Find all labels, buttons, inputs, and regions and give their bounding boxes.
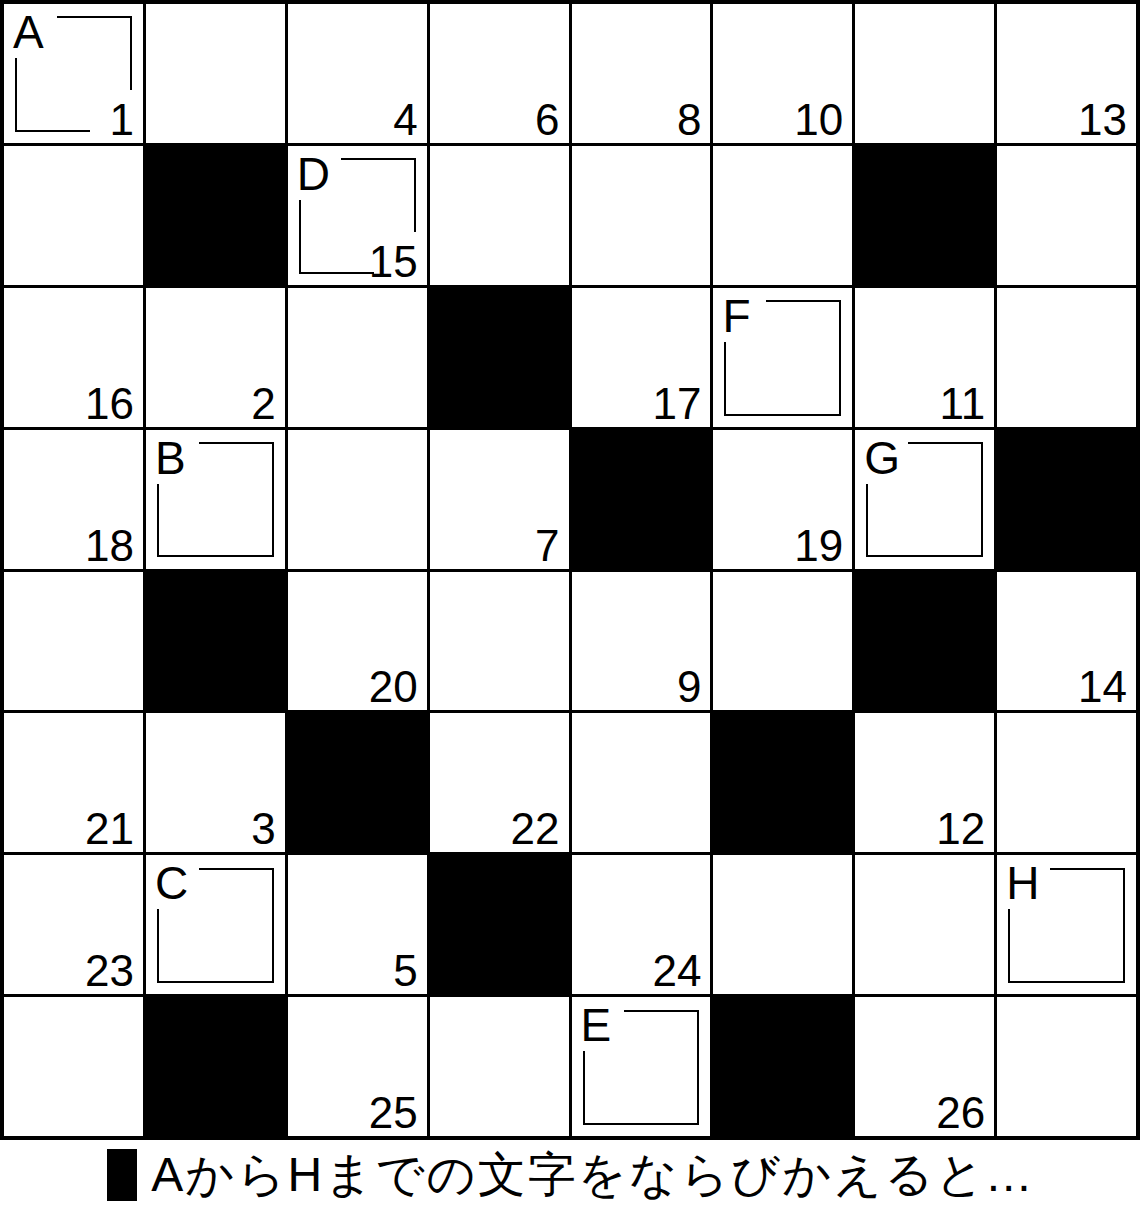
marker-box-line [341, 158, 416, 160]
cell-r8c1[interactable] [4, 997, 143, 1136]
clue-number-18: 18 [85, 524, 134, 568]
clue-number-11: 11 [939, 382, 985, 426]
marker-letter-D: D [297, 151, 330, 197]
clue-number-23: 23 [85, 949, 134, 993]
marker-box-line [57, 16, 132, 18]
marker-box-line [199, 868, 274, 870]
marker-box-line [1050, 868, 1125, 870]
cell-r1c2[interactable] [146, 4, 285, 143]
cell-r7c3[interactable]: 5 [288, 855, 427, 994]
cell-r4c4[interactable]: 7 [430, 430, 569, 569]
clue-number-10: 10 [794, 98, 843, 142]
black-cell-r7c4 [430, 855, 569, 994]
cell-r2c6[interactable] [713, 146, 852, 285]
cell-r8c4[interactable] [430, 997, 569, 1136]
marker-box-line [15, 58, 17, 132]
cell-r3c6[interactable]: F [713, 288, 852, 427]
clue-number-3: 3 [251, 807, 275, 851]
marker-box-line [766, 300, 841, 302]
cell-r2c1[interactable] [4, 146, 143, 285]
caption: AからHまでの文字をならびかえると... [0, 1140, 1140, 1210]
clue-number-25: 25 [369, 1091, 418, 1135]
cell-r6c7[interactable]: 12 [855, 713, 994, 852]
cell-r4c7[interactable]: G [855, 430, 994, 569]
cell-r2c5[interactable] [572, 146, 711, 285]
clue-number-22: 22 [511, 807, 560, 851]
black-cell-r3c4 [430, 288, 569, 427]
cell-r1c4[interactable]: 6 [430, 4, 569, 143]
marker-letter-A: A [13, 9, 44, 55]
cell-r8c5[interactable]: E [572, 997, 711, 1136]
black-cell-r5c7 [855, 572, 994, 711]
cell-r7c8[interactable]: H [997, 855, 1136, 994]
black-cell-r6c6 [713, 713, 852, 852]
marker-box-line [1008, 981, 1125, 983]
caption-text: AからHまでの文字をならびかえると... [151, 1143, 1032, 1207]
cell-r2c8[interactable] [997, 146, 1136, 285]
marker-box-line [583, 1051, 585, 1125]
marker-box-line [583, 1123, 700, 1125]
cell-r7c2[interactable]: C [146, 855, 285, 994]
cell-r3c3[interactable] [288, 288, 427, 427]
cell-r3c1[interactable]: 16 [4, 288, 143, 427]
marker-letter-B: B [155, 435, 186, 481]
marker-box-line [908, 442, 983, 444]
black-cell-r8c6 [713, 997, 852, 1136]
marker-box-line [697, 1010, 699, 1125]
marker-box-line [981, 442, 983, 557]
marker-letter-C: C [155, 860, 188, 906]
clue-number-20: 20 [369, 665, 418, 709]
clue-number-24: 24 [652, 949, 701, 993]
cell-r8c8[interactable] [997, 997, 1136, 1136]
cell-r5c3[interactable]: 20 [288, 572, 427, 711]
cell-r5c1[interactable] [4, 572, 143, 711]
marker-box-line [624, 1010, 699, 1012]
clue-number-6: 6 [535, 98, 559, 142]
cell-r7c6[interactable] [713, 855, 852, 994]
black-cell-r2c7 [855, 146, 994, 285]
cell-r6c1[interactable]: 21 [4, 713, 143, 852]
clue-number-21: 21 [85, 807, 134, 851]
clue-number-26: 26 [936, 1091, 985, 1135]
cell-r7c7[interactable] [855, 855, 994, 994]
cell-r6c5[interactable] [572, 713, 711, 852]
marker-box-line [839, 300, 841, 415]
cell-r8c3[interactable]: 25 [288, 997, 427, 1136]
crossword-grid: A14681013D1516217F1118B719G2091421322122… [0, 0, 1140, 1140]
cell-r3c8[interactable] [997, 288, 1136, 427]
marker-letter-H: H [1006, 860, 1039, 906]
marker-letter-F: F [722, 293, 750, 339]
cell-r3c2[interactable]: 2 [146, 288, 285, 427]
clue-number-5: 5 [393, 949, 417, 993]
cell-r3c7[interactable]: 11 [855, 288, 994, 427]
marker-box-line [866, 484, 868, 558]
cell-r7c1[interactable]: 23 [4, 855, 143, 994]
clue-number-2: 2 [251, 382, 275, 426]
cell-r2c4[interactable] [430, 146, 569, 285]
marker-box-line [157, 484, 159, 558]
marker-box-line [299, 272, 374, 274]
cell-r7c5[interactable]: 24 [572, 855, 711, 994]
cell-r4c2[interactable]: B [146, 430, 285, 569]
black-cell-r8c2 [146, 997, 285, 1136]
black-cell-r4c8 [997, 430, 1136, 569]
black-cell-r4c5 [572, 430, 711, 569]
cell-r6c4[interactable]: 22 [430, 713, 569, 852]
clue-number-14: 14 [1078, 665, 1127, 709]
cell-r6c8[interactable] [997, 713, 1136, 852]
marker-box-line [15, 130, 90, 132]
cell-r4c3[interactable] [288, 430, 427, 569]
clue-number-9: 9 [677, 665, 701, 709]
cell-r8c7[interactable]: 26 [855, 997, 994, 1136]
clue-number-7: 7 [535, 524, 559, 568]
black-cell-r5c2 [146, 572, 285, 711]
marker-box-line [157, 909, 159, 983]
marker-box-line [1008, 909, 1010, 983]
cell-r4c6[interactable]: 19 [713, 430, 852, 569]
marker-box-line [272, 442, 274, 557]
cell-r1c7[interactable] [855, 4, 994, 143]
cell-r5c6[interactable] [713, 572, 852, 711]
marker-letter-G: G [864, 435, 900, 481]
marker-box-line [157, 555, 274, 557]
cell-r1c6[interactable]: 10 [713, 4, 852, 143]
black-cell-r6c3 [288, 713, 427, 852]
marker-box-line [199, 442, 274, 444]
cell-r2c3[interactable]: D15 [288, 146, 427, 285]
clue-number-15: 15 [369, 240, 418, 284]
marker-box-line [724, 342, 726, 416]
cell-r5c4[interactable] [430, 572, 569, 711]
marker-letter-E: E [581, 1002, 612, 1048]
cell-r1c1[interactable]: A1 [4, 4, 143, 143]
clue-number-8: 8 [677, 98, 701, 142]
black-rectangle-bullet-icon [107, 1149, 137, 1201]
clue-number-16: 16 [85, 382, 134, 426]
cell-r5c5[interactable]: 9 [572, 572, 711, 711]
marker-box-line [157, 981, 274, 983]
marker-box-line [130, 16, 132, 90]
marker-box-line [272, 868, 274, 983]
cell-r4c1[interactable]: 18 [4, 430, 143, 569]
clue-number-1: 1 [109, 98, 133, 142]
marker-box-line [1123, 868, 1125, 983]
cell-r1c8[interactable]: 13 [997, 4, 1136, 143]
clue-number-17: 17 [652, 382, 701, 426]
cell-r5c8[interactable]: 14 [997, 572, 1136, 711]
marker-box-line [866, 555, 983, 557]
clue-number-13: 13 [1078, 98, 1127, 142]
black-cell-r2c2 [146, 146, 285, 285]
marker-box-line [724, 414, 841, 416]
clue-number-12: 12 [936, 807, 985, 851]
cell-r1c3[interactable]: 4 [288, 4, 427, 143]
cell-r3c5[interactable]: 17 [572, 288, 711, 427]
crossword-page: A14681013D1516217F1118B719G2091421322122… [0, 0, 1140, 1210]
cell-r6c2[interactable]: 3 [146, 713, 285, 852]
cell-r1c5[interactable]: 8 [572, 4, 711, 143]
clue-number-19: 19 [794, 524, 843, 568]
marker-box-line [414, 158, 416, 232]
clue-number-4: 4 [393, 98, 417, 142]
marker-box-line [299, 200, 301, 274]
